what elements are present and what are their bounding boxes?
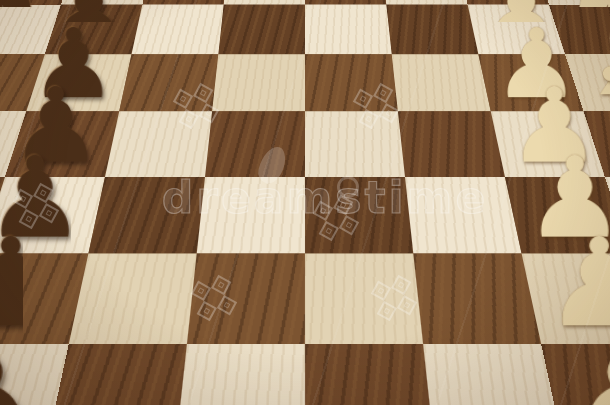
square	[105, 111, 212, 177]
square	[305, 5, 392, 55]
square	[413, 254, 541, 344]
chess-board-photo: ♜♟♟♜♞♟♟♞♝♟♟♝♛♟♟♛♚♟♟♚♝♟♟♝♞♟♟♞♜♟♟♜ dreamst…	[0, 0, 610, 405]
square	[175, 344, 305, 405]
square	[305, 54, 398, 111]
square	[218, 5, 305, 55]
square	[405, 177, 522, 254]
square	[305, 177, 413, 254]
square	[45, 344, 187, 405]
square	[197, 177, 305, 254]
square	[132, 5, 224, 55]
square	[305, 344, 435, 405]
square	[187, 254, 305, 344]
square	[119, 54, 218, 111]
square	[69, 254, 197, 344]
white-pawn: ♟	[568, 324, 610, 405]
square: ♟	[541, 344, 610, 405]
square	[305, 111, 405, 177]
square	[212, 54, 305, 111]
square	[205, 111, 305, 177]
square	[398, 111, 505, 177]
chess-board: ♜♟♟♜♞♟♟♞♝♟♟♝♛♟♟♛♚♟♟♚♝♟♟♝♞♟♟♞♜♟♟♜	[0, 0, 610, 405]
square	[88, 177, 205, 254]
square	[392, 54, 491, 111]
square	[386, 5, 478, 55]
square	[305, 254, 423, 344]
black-pawn: ♟	[0, 324, 42, 405]
